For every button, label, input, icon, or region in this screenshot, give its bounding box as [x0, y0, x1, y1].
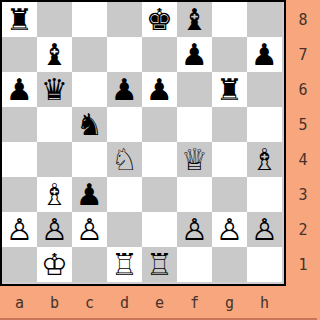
rank-label-8: 8	[288, 2, 318, 37]
square-c3[interactable]: ♟	[72, 177, 107, 212]
square-b2[interactable]: ♙	[37, 212, 72, 247]
square-d6[interactable]: ♟	[107, 72, 142, 107]
piece-black-rook: ♜	[216, 72, 243, 107]
square-c1[interactable]	[72, 247, 107, 282]
file-label-g: g	[212, 291, 247, 315]
square-e6[interactable]: ♟	[142, 72, 177, 107]
square-g8[interactable]	[212, 2, 247, 37]
piece-white-pawn: ♙	[41, 212, 68, 247]
square-g2[interactable]: ♙	[212, 212, 247, 247]
square-f8[interactable]: ♝	[177, 2, 212, 37]
square-g5[interactable]	[212, 107, 247, 142]
square-c7[interactable]	[72, 37, 107, 72]
page-background: ♜♚♝♝♟♟♟♛♟♟♜♞♘♕♗♗♟♙♙♙♙♙♙♔♖♖ 87654321 abcd…	[0, 0, 320, 320]
square-d4[interactable]: ♘	[107, 142, 142, 177]
square-e8[interactable]: ♚	[142, 2, 177, 37]
piece-white-bishop: ♗	[251, 142, 278, 177]
square-e4[interactable]	[142, 142, 177, 177]
square-e7[interactable]	[142, 37, 177, 72]
piece-black-bishop: ♝	[41, 37, 68, 72]
rank-label-2: 2	[288, 212, 318, 247]
square-e3[interactable]	[142, 177, 177, 212]
piece-black-rook: ♜	[6, 2, 33, 37]
square-a6[interactable]: ♟	[2, 72, 37, 107]
square-g3[interactable]	[212, 177, 247, 212]
square-g4[interactable]	[212, 142, 247, 177]
file-label-c: c	[72, 291, 107, 315]
square-e2[interactable]	[142, 212, 177, 247]
square-f2[interactable]: ♙	[177, 212, 212, 247]
square-a1[interactable]	[2, 247, 37, 282]
piece-white-pawn: ♙	[251, 212, 278, 247]
rank-label-7: 7	[288, 37, 318, 72]
square-f4[interactable]: ♕	[177, 142, 212, 177]
file-label-e: e	[142, 291, 177, 315]
rank-labels: 87654321	[288, 2, 318, 282]
square-f6[interactable]	[177, 72, 212, 107]
square-h7[interactable]: ♟	[247, 37, 282, 72]
square-h3[interactable]	[247, 177, 282, 212]
square-b5[interactable]	[37, 107, 72, 142]
square-d1[interactable]: ♖	[107, 247, 142, 282]
file-label-b: b	[37, 291, 72, 315]
square-d2[interactable]	[107, 212, 142, 247]
square-f3[interactable]	[177, 177, 212, 212]
rank-label-6: 6	[288, 72, 318, 107]
square-g6[interactable]: ♜	[212, 72, 247, 107]
piece-black-pawn: ♟	[181, 37, 208, 72]
square-f1[interactable]	[177, 247, 212, 282]
piece-white-pawn: ♙	[181, 212, 208, 247]
square-b8[interactable]	[37, 2, 72, 37]
square-c5[interactable]: ♞	[72, 107, 107, 142]
square-c4[interactable]	[72, 142, 107, 177]
square-d5[interactable]	[107, 107, 142, 142]
square-b6[interactable]: ♛	[37, 72, 72, 107]
square-f7[interactable]: ♟	[177, 37, 212, 72]
piece-black-bishop: ♝	[181, 2, 208, 37]
square-f5[interactable]	[177, 107, 212, 142]
piece-white-pawn: ♙	[6, 212, 33, 247]
square-a4[interactable]	[2, 142, 37, 177]
square-h6[interactable]	[247, 72, 282, 107]
square-d7[interactable]	[107, 37, 142, 72]
square-b1[interactable]: ♔	[37, 247, 72, 282]
square-g1[interactable]	[212, 247, 247, 282]
piece-white-rook: ♖	[146, 247, 173, 282]
piece-black-queen: ♛	[41, 72, 68, 107]
file-label-f: f	[177, 291, 212, 315]
chess-board: ♜♚♝♝♟♟♟♛♟♟♜♞♘♕♗♗♟♙♙♙♙♙♙♔♖♖	[2, 2, 282, 282]
file-label-a: a	[2, 291, 37, 315]
square-d3[interactable]	[107, 177, 142, 212]
square-h5[interactable]	[247, 107, 282, 142]
square-b7[interactable]: ♝	[37, 37, 72, 72]
piece-black-pawn: ♟	[6, 72, 33, 107]
piece-black-pawn: ♟	[76, 177, 103, 212]
rank-label-1: 1	[288, 247, 318, 282]
piece-white-pawn: ♙	[216, 212, 243, 247]
piece-black-king: ♚	[146, 2, 173, 37]
square-b4[interactable]	[37, 142, 72, 177]
piece-white-queen: ♕	[181, 142, 208, 177]
square-d8[interactable]	[107, 2, 142, 37]
square-a8[interactable]: ♜	[2, 2, 37, 37]
rank-label-3: 3	[288, 177, 318, 212]
square-a3[interactable]	[2, 177, 37, 212]
rank-label-5: 5	[288, 107, 318, 142]
square-h2[interactable]: ♙	[247, 212, 282, 247]
square-e5[interactable]	[142, 107, 177, 142]
piece-black-knight: ♞	[76, 107, 103, 142]
square-h4[interactable]: ♗	[247, 142, 282, 177]
rank-label-4: 4	[288, 142, 318, 177]
piece-white-pawn: ♙	[76, 212, 103, 247]
square-b3[interactable]: ♗	[37, 177, 72, 212]
square-a2[interactable]: ♙	[2, 212, 37, 247]
square-h1[interactable]	[247, 247, 282, 282]
square-c8[interactable]	[72, 2, 107, 37]
square-c2[interactable]: ♙	[72, 212, 107, 247]
square-c6[interactable]	[72, 72, 107, 107]
chess-board-frame: ♜♚♝♝♟♟♟♛♟♟♜♞♘♕♗♗♟♙♙♙♙♙♙♔♖♖	[0, 0, 286, 286]
piece-white-king: ♔	[41, 247, 68, 282]
square-e1[interactable]: ♖	[142, 247, 177, 282]
piece-white-knight: ♘	[111, 142, 138, 177]
file-label-h: h	[247, 291, 282, 315]
square-g7[interactable]	[212, 37, 247, 72]
square-a7[interactable]	[2, 37, 37, 72]
piece-black-pawn: ♟	[146, 72, 173, 107]
piece-black-pawn: ♟	[111, 72, 138, 107]
file-label-d: d	[107, 291, 142, 315]
piece-white-rook: ♖	[111, 247, 138, 282]
file-labels: abcdefgh	[2, 291, 282, 315]
piece-white-bishop: ♗	[41, 177, 68, 212]
piece-black-pawn: ♟	[251, 37, 278, 72]
square-a5[interactable]	[2, 107, 37, 142]
square-h8[interactable]	[247, 2, 282, 37]
